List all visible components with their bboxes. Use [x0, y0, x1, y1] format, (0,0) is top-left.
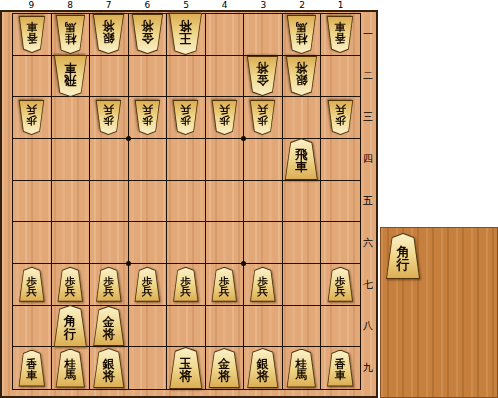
piece-kanji: 歩兵 [57, 267, 84, 302]
piece-kanji: 角行 [385, 233, 421, 279]
square-2d[interactable]: 飛車 [283, 139, 322, 181]
piece-kanji: 桂馬 [55, 349, 86, 388]
piece-銀将-sente[interactable]: 銀将 [246, 348, 279, 388]
square-8b[interactable]: 飛車 [52, 56, 91, 98]
square-8e[interactable] [52, 181, 91, 223]
square-4b[interactable] [206, 56, 245, 98]
piece-歩兵-sente[interactable]: 歩兵 [57, 267, 84, 302]
rank-label-5: 五 [360, 180, 376, 222]
square-9i[interactable]: 香車 [13, 347, 52, 389]
square-5c[interactable]: 歩兵 [167, 97, 206, 139]
square-1f[interactable] [321, 222, 360, 264]
piece-飛車-gote[interactable]: 飛車 [53, 55, 88, 97]
sente-captured-tray: 角行 [380, 227, 498, 398]
kanji-char: 兵 [104, 286, 115, 297]
square-9h[interactable] [13, 306, 52, 348]
kanji-char: 兵 [104, 105, 115, 116]
kanji-char: 将 [180, 20, 193, 33]
file-labels: 987654321 [12, 0, 360, 10]
piece-金将-sente[interactable]: 金将 [208, 348, 241, 388]
kanji-char: 将 [295, 62, 307, 74]
piece-kanji: 桂馬 [286, 349, 317, 388]
square-9d[interactable] [13, 139, 52, 181]
square-2f[interactable] [283, 222, 322, 264]
piece-kanji: 歩兵 [134, 100, 161, 135]
square-6g[interactable]: 歩兵 [129, 264, 168, 306]
piece-王将-gote[interactable]: 王将 [168, 13, 203, 55]
square-8i[interactable]: 桂馬 [52, 347, 91, 389]
piece-銀将-sente[interactable]: 銀将 [92, 348, 125, 388]
square-3i[interactable]: 銀将 [244, 347, 283, 389]
square-4a[interactable] [206, 14, 245, 56]
rank-label-8: 八 [360, 305, 376, 347]
piece-香車-gote[interactable]: 香車 [326, 16, 354, 53]
square-5h[interactable] [167, 306, 206, 348]
square-7a[interactable]: 銀将 [90, 14, 129, 56]
piece-kanji: 香車 [18, 16, 46, 53]
square-3b[interactable]: 金将 [244, 56, 283, 98]
piece-香車-gote[interactable]: 香車 [18, 16, 46, 53]
piece-角行-sente[interactable]: 角行 [53, 305, 88, 347]
hoshi-dot [126, 261, 131, 266]
kanji-char: 香 [335, 32, 346, 43]
kanji-char: 将 [257, 62, 269, 74]
square-3a[interactable] [244, 14, 283, 56]
square-1d[interactable] [321, 139, 360, 181]
piece-kanji: 金将 [92, 306, 125, 346]
piece-kanji: 桂馬 [55, 15, 86, 54]
square-1g[interactable]: 歩兵 [321, 264, 360, 306]
square-4h[interactable] [206, 306, 245, 348]
piece-金将-gote[interactable]: 金将 [246, 56, 279, 96]
piece-歩兵-sente[interactable]: 歩兵 [95, 267, 122, 302]
kanji-char: 王 [180, 32, 193, 45]
piece-kanji: 歩兵 [172, 100, 199, 135]
square-6b[interactable] [129, 56, 168, 98]
rank-label-6: 六 [360, 222, 376, 264]
kanji-char: 香 [26, 32, 37, 43]
square-3d[interactable] [244, 139, 283, 181]
square-5d[interactable] [167, 139, 206, 181]
piece-歩兵-sente[interactable]: 歩兵 [18, 267, 45, 302]
square-8c[interactable] [52, 97, 91, 139]
square-2i[interactable]: 桂馬 [283, 347, 322, 389]
square-9c[interactable]: 歩兵 [13, 97, 52, 139]
piece-銀将-gote[interactable]: 銀将 [92, 14, 125, 54]
kanji-char: 将 [103, 20, 115, 32]
kanji-char: 馬 [65, 370, 77, 382]
square-3c[interactable]: 歩兵 [244, 97, 283, 139]
piece-kanji: 歩兵 [95, 100, 122, 135]
piece-歩兵-sente[interactable]: 歩兵 [211, 267, 238, 302]
square-9g[interactable]: 歩兵 [13, 264, 52, 306]
hoshi-dot [126, 136, 131, 141]
rank-label-3: 三 [360, 97, 376, 139]
piece-kanji: 歩兵 [249, 267, 276, 302]
kanji-char: 兵 [258, 105, 269, 116]
kanji-char: 将 [103, 328, 115, 340]
piece-kanji: 王将 [168, 13, 203, 55]
kanji-char: 兵 [219, 286, 230, 297]
piece-kanji: 飛車 [284, 138, 319, 180]
square-3f[interactable] [244, 222, 283, 264]
kanji-char: 車 [26, 21, 37, 32]
piece-桂馬-gote[interactable]: 桂馬 [55, 15, 86, 54]
kanji-char: 歩 [335, 116, 346, 127]
kanji-char: 車 [295, 161, 308, 174]
square-9a[interactable]: 香車 [13, 14, 52, 56]
kanji-char: 車 [335, 21, 346, 32]
piece-桂馬-sente[interactable]: 桂馬 [286, 349, 317, 388]
piece-kanji: 香車 [18, 350, 46, 387]
square-3h[interactable] [244, 306, 283, 348]
piece-kanji: 飛車 [53, 55, 88, 97]
piece-kanji: 歩兵 [172, 267, 199, 302]
piece-kanji: 玉将 [168, 347, 203, 389]
square-7h[interactable]: 金将 [90, 306, 129, 348]
kanji-char: 歩 [181, 116, 192, 127]
piece-金将-gote[interactable]: 金将 [131, 14, 164, 54]
rank-label-9: 九 [360, 347, 376, 389]
square-9e[interactable] [13, 181, 52, 223]
file-label-7: 7 [89, 0, 128, 10]
piece-香車-sente[interactable]: 香車 [18, 350, 46, 387]
kanji-char: 金 [141, 32, 153, 44]
kanji-char: 兵 [181, 105, 192, 116]
file-label-3: 3 [244, 0, 283, 10]
square-2c[interactable] [283, 97, 322, 139]
rank-label-2: 二 [360, 55, 376, 97]
piece-歩兵-sente[interactable]: 歩兵 [134, 267, 161, 302]
piece-玉将-sente[interactable]: 玉将 [168, 347, 203, 389]
square-6e[interactable] [129, 181, 168, 223]
square-6a[interactable]: 金将 [129, 14, 168, 56]
square-6f[interactable] [129, 222, 168, 264]
piece-kanji: 歩兵 [95, 267, 122, 302]
square-7c[interactable]: 歩兵 [90, 97, 129, 139]
piece-kanji: 金将 [246, 56, 279, 96]
square-7b[interactable] [90, 56, 129, 98]
file-label-6: 6 [128, 0, 167, 10]
square-8d[interactable] [52, 139, 91, 181]
piece-kanji: 銀将 [92, 14, 125, 54]
square-4i[interactable]: 金将 [206, 347, 245, 389]
square-2a[interactable]: 桂馬 [283, 14, 322, 56]
file-label-2: 2 [283, 0, 322, 10]
square-6d[interactable] [129, 139, 168, 181]
file-label-1: 1 [321, 0, 360, 10]
kanji-char: 馬 [65, 21, 77, 33]
kanji-char: 将 [257, 370, 269, 382]
kanji-char: 歩 [27, 116, 38, 127]
square-1e[interactable] [321, 181, 360, 223]
piece-kanji: 銀将 [285, 56, 318, 96]
piece-飛車-sente[interactable]: 飛車 [284, 138, 319, 180]
square-6h[interactable] [129, 306, 168, 348]
kanji-char: 兵 [27, 286, 38, 297]
file-label-4: 4 [205, 0, 244, 10]
file-label-5: 5 [167, 0, 206, 10]
piece-桂馬-gote[interactable]: 桂馬 [286, 15, 317, 54]
square-1b[interactable] [321, 56, 360, 98]
piece-kanji: 香車 [326, 350, 354, 387]
kanji-char: 兵 [335, 105, 346, 116]
piece-kanji: 歩兵 [249, 100, 276, 135]
rank-labels: 一二三四五六七八九 [360, 13, 376, 389]
hoshi-dot [241, 136, 246, 141]
square-1a[interactable]: 香車 [321, 14, 360, 56]
kanji-char: 兵 [142, 105, 153, 116]
kanji-char: 馬 [296, 21, 308, 33]
square-1i[interactable]: 香車 [321, 347, 360, 389]
kanji-char: 将 [180, 370, 193, 383]
piece-kanji: 歩兵 [327, 100, 354, 135]
square-2g[interactable] [283, 264, 322, 306]
piece-歩兵-sente[interactable]: 歩兵 [249, 267, 276, 302]
piece-kanji: 歩兵 [134, 267, 161, 302]
piece-金将-sente[interactable]: 金将 [92, 306, 125, 346]
file-label-8: 8 [51, 0, 90, 10]
shogi-app: 987654321 香車桂馬銀将金将王将桂馬香車飛車金将銀将歩兵歩兵歩兵歩兵歩兵… [0, 0, 498, 398]
square-1c[interactable]: 歩兵 [321, 97, 360, 139]
square-6c[interactable]: 歩兵 [129, 97, 168, 139]
kanji-char: 銀 [295, 74, 307, 86]
square-4g[interactable]: 歩兵 [206, 264, 245, 306]
piece-角行-sente[interactable]: 角行 [385, 233, 421, 279]
piece-kanji: 歩兵 [327, 267, 354, 302]
piece-kanji: 桂馬 [286, 15, 317, 54]
piece-歩兵-gote[interactable]: 歩兵 [172, 100, 199, 135]
kanji-char: 金 [257, 74, 269, 86]
square-7g[interactable]: 歩兵 [90, 264, 129, 306]
square-3e[interactable] [244, 181, 283, 223]
square-2b[interactable]: 銀将 [283, 56, 322, 98]
square-4e[interactable] [206, 181, 245, 223]
kanji-char: 歩 [142, 116, 153, 127]
square-7i[interactable]: 銀将 [90, 347, 129, 389]
square-5e[interactable] [167, 181, 206, 223]
square-7f[interactable] [90, 222, 129, 264]
kanji-char: 車 [335, 370, 346, 381]
kanji-char: 行 [64, 328, 77, 341]
square-5i[interactable]: 玉将 [167, 347, 206, 389]
kanji-char: 兵 [258, 286, 269, 297]
piece-kanji: 銀将 [92, 348, 125, 388]
square-7e[interactable] [90, 181, 129, 223]
kanji-char: 行 [397, 258, 410, 271]
square-8f[interactable] [52, 222, 91, 264]
kanji-char: 兵 [27, 105, 38, 116]
piece-歩兵-gote[interactable]: 歩兵 [134, 100, 161, 135]
kanji-char: 銀 [103, 32, 115, 44]
rank-label-1: 一 [360, 13, 376, 55]
rank-label-7: 七 [360, 264, 376, 306]
piece-歩兵-sente[interactable]: 歩兵 [327, 267, 354, 302]
piece-kanji: 金将 [208, 348, 241, 388]
piece-歩兵-sente[interactable]: 歩兵 [172, 267, 199, 302]
kanji-char: 馬 [296, 370, 308, 382]
kanji-char: 兵 [142, 286, 153, 297]
square-4f[interactable] [206, 222, 245, 264]
square-5g[interactable]: 歩兵 [167, 264, 206, 306]
square-8a[interactable]: 桂馬 [52, 14, 91, 56]
piece-歩兵-gote[interactable]: 歩兵 [211, 100, 238, 135]
piece-kanji: 香車 [326, 16, 354, 53]
piece-銀将-gote[interactable]: 銀将 [285, 56, 318, 96]
piece-歩兵-gote[interactable]: 歩兵 [327, 100, 354, 135]
piece-香車-sente[interactable]: 香車 [326, 350, 354, 387]
square-1h[interactable] [321, 306, 360, 348]
square-9b[interactable] [13, 56, 52, 98]
square-4c[interactable]: 歩兵 [206, 97, 245, 139]
piece-kanji: 歩兵 [211, 100, 238, 135]
board-grid: 香車桂馬銀将金将王将桂馬香車飛車金将銀将歩兵歩兵歩兵歩兵歩兵歩兵歩兵飛車歩兵歩兵… [12, 13, 361, 390]
hoshi-dot [241, 261, 246, 266]
piece-歩兵-gote[interactable]: 歩兵 [95, 100, 122, 135]
square-8h[interactable]: 角行 [52, 306, 91, 348]
square-5f[interactable] [167, 222, 206, 264]
kanji-char: 将 [141, 20, 153, 32]
kanji-char: 歩 [104, 116, 115, 127]
square-7d[interactable] [90, 139, 129, 181]
kanji-char: 歩 [258, 116, 269, 127]
kanji-char: 将 [103, 370, 115, 382]
kanji-char: 兵 [181, 286, 192, 297]
piece-桂馬-sente[interactable]: 桂馬 [55, 349, 86, 388]
square-9f[interactable] [13, 222, 52, 264]
piece-kanji: 金将 [131, 14, 164, 54]
kanji-char: 桂 [296, 32, 308, 44]
kanji-char: 歩 [219, 116, 230, 127]
square-6i[interactable] [129, 347, 168, 389]
square-2h[interactable] [283, 306, 322, 348]
square-2e[interactable] [283, 181, 322, 223]
piece-kanji: 銀将 [246, 348, 279, 388]
rank-label-4: 四 [360, 138, 376, 180]
piece-kanji: 歩兵 [18, 100, 45, 135]
kanji-char: 兵 [219, 105, 230, 116]
kanji-char: 兵 [65, 286, 76, 297]
square-4d[interactable] [206, 139, 245, 181]
square-5b[interactable] [167, 56, 206, 98]
file-label-9: 9 [12, 0, 51, 10]
square-3g[interactable]: 歩兵 [244, 264, 283, 306]
kanji-char: 車 [26, 370, 37, 381]
piece-kanji: 歩兵 [211, 267, 238, 302]
piece-歩兵-gote[interactable]: 歩兵 [18, 100, 45, 135]
square-8g[interactable]: 歩兵 [52, 264, 91, 306]
piece-kanji: 歩兵 [18, 267, 45, 302]
piece-kanji: 角行 [53, 305, 88, 347]
kanji-char: 車 [64, 61, 77, 74]
square-5a[interactable]: 王将 [167, 14, 206, 56]
kanji-char: 桂 [65, 32, 77, 44]
kanji-char: 兵 [335, 286, 346, 297]
piece-歩兵-gote[interactable]: 歩兵 [249, 100, 276, 135]
kanji-char: 将 [218, 370, 230, 382]
